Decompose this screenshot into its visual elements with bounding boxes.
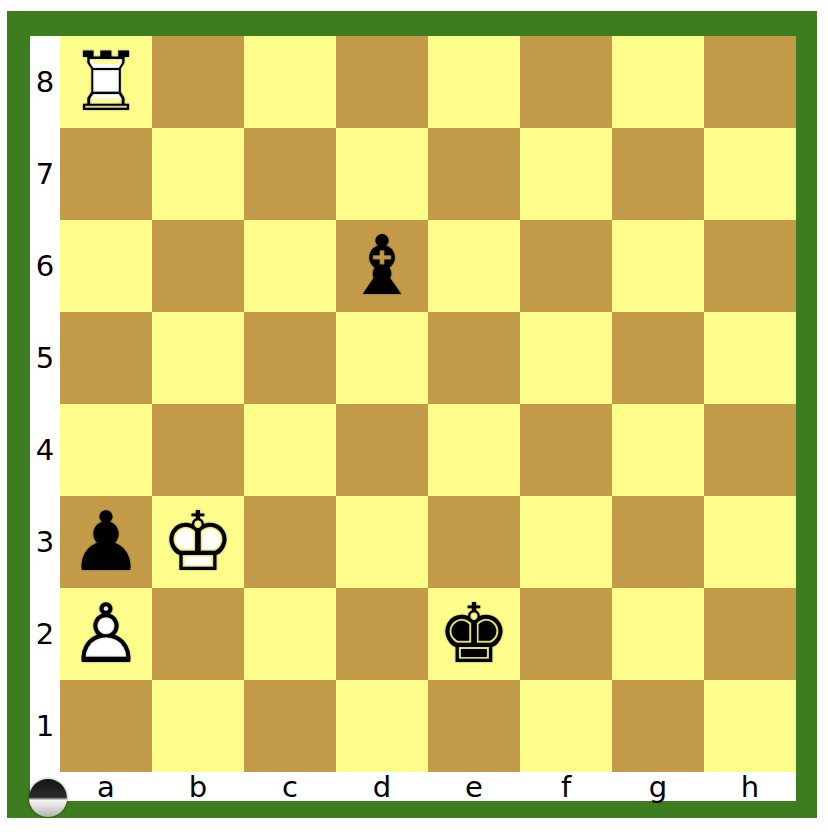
square-h2[interactable]	[704, 588, 796, 680]
rank-label-5: 5	[30, 312, 60, 404]
square-f5[interactable]	[520, 312, 612, 404]
piece-outline: ♔	[152, 496, 244, 588]
square-f1[interactable]	[520, 680, 612, 772]
square-b3[interactable]: ♚♔	[152, 496, 244, 588]
rank-label-4: 4	[30, 404, 60, 496]
square-a2[interactable]: ♟♙	[60, 588, 152, 680]
piece-white-pawn[interactable]: ♟♙	[60, 588, 152, 680]
square-a1[interactable]	[60, 680, 152, 772]
page: { "game": "chess", "position": { "fen": …	[0, 0, 828, 834]
square-c7[interactable]	[244, 128, 336, 220]
file-label-g: g	[612, 772, 704, 801]
square-d7[interactable]	[336, 128, 428, 220]
piece-glyph: ♚	[428, 588, 520, 680]
square-g2[interactable]	[612, 588, 704, 680]
board-frame: 87654321 ♜♖♝♟♚♔♟♙♚ abcdefgh	[7, 11, 817, 818]
square-b1[interactable]	[152, 680, 244, 772]
square-h5[interactable]	[704, 312, 796, 404]
square-f4[interactable]	[520, 404, 612, 496]
square-b6[interactable]	[152, 220, 244, 312]
square-b5[interactable]	[152, 312, 244, 404]
square-h6[interactable]	[704, 220, 796, 312]
piece-white-king[interactable]: ♚♔	[152, 496, 244, 588]
square-b7[interactable]	[152, 128, 244, 220]
file-label-b: b	[152, 772, 244, 801]
square-d5[interactable]	[336, 312, 428, 404]
file-labels: abcdefgh	[60, 772, 796, 801]
square-h3[interactable]	[704, 496, 796, 588]
square-f8[interactable]	[520, 36, 612, 128]
square-h1[interactable]	[704, 680, 796, 772]
square-f3[interactable]	[520, 496, 612, 588]
square-e1[interactable]	[428, 680, 520, 772]
rank-label-1: 1	[30, 680, 60, 772]
piece-outline: ♙	[60, 588, 152, 680]
file-label-a: a	[60, 772, 152, 801]
square-a6[interactable]	[60, 220, 152, 312]
square-g6[interactable]	[612, 220, 704, 312]
square-c6[interactable]	[244, 220, 336, 312]
square-d6[interactable]: ♝	[336, 220, 428, 312]
file-label-h: h	[704, 772, 796, 801]
square-f7[interactable]	[520, 128, 612, 220]
square-e6[interactable]	[428, 220, 520, 312]
file-label-e: e	[428, 772, 520, 801]
square-d2[interactable]	[336, 588, 428, 680]
square-g8[interactable]	[612, 36, 704, 128]
square-g4[interactable]	[612, 404, 704, 496]
square-g5[interactable]	[612, 312, 704, 404]
square-a8[interactable]: ♜♖	[60, 36, 152, 128]
square-c2[interactable]	[244, 588, 336, 680]
square-h8[interactable]	[704, 36, 796, 128]
rank-label-7: 7	[30, 128, 60, 220]
square-f6[interactable]	[520, 220, 612, 312]
square-e7[interactable]	[428, 128, 520, 220]
piece-white-rook[interactable]: ♜♖	[60, 36, 152, 128]
square-h4[interactable]	[704, 404, 796, 496]
piece-glyph: ♟	[60, 496, 152, 588]
rank-labels: 87654321	[30, 36, 60, 772]
square-a3[interactable]: ♟	[60, 496, 152, 588]
file-label-f: f	[520, 772, 612, 801]
square-e2[interactable]: ♚	[428, 588, 520, 680]
file-label-d: d	[336, 772, 428, 801]
square-c5[interactable]	[244, 312, 336, 404]
turn-indicator-black-to-move	[29, 779, 67, 817]
square-e4[interactable]	[428, 404, 520, 496]
square-c3[interactable]	[244, 496, 336, 588]
square-b8[interactable]	[152, 36, 244, 128]
piece-glyph: ♝	[336, 220, 428, 312]
square-d1[interactable]	[336, 680, 428, 772]
square-e8[interactable]	[428, 36, 520, 128]
rank-label-8: 8	[30, 36, 60, 128]
board-panel: 87654321 ♜♖♝♟♚♔♟♙♚ abcdefgh	[30, 36, 796, 801]
square-c1[interactable]	[244, 680, 336, 772]
square-a4[interactable]	[60, 404, 152, 496]
square-d4[interactable]	[336, 404, 428, 496]
piece-black-pawn[interactable]: ♟	[60, 496, 152, 588]
square-f2[interactable]	[520, 588, 612, 680]
square-g7[interactable]	[612, 128, 704, 220]
rank-label-3: 3	[30, 496, 60, 588]
square-b4[interactable]	[152, 404, 244, 496]
square-d8[interactable]	[336, 36, 428, 128]
file-label-c: c	[244, 772, 336, 801]
square-g3[interactable]	[612, 496, 704, 588]
square-d3[interactable]	[336, 496, 428, 588]
square-h7[interactable]	[704, 128, 796, 220]
piece-outline: ♖	[60, 36, 152, 128]
square-e5[interactable]	[428, 312, 520, 404]
square-a7[interactable]	[60, 128, 152, 220]
piece-black-king[interactable]: ♚	[428, 588, 520, 680]
rank-label-2: 2	[30, 588, 60, 680]
square-b2[interactable]	[152, 588, 244, 680]
square-e3[interactable]	[428, 496, 520, 588]
square-c4[interactable]	[244, 404, 336, 496]
piece-black-bishop[interactable]: ♝	[336, 220, 428, 312]
square-c8[interactable]	[244, 36, 336, 128]
square-a5[interactable]	[60, 312, 152, 404]
chess-board: ♜♖♝♟♚♔♟♙♚	[60, 36, 796, 772]
square-g1[interactable]	[612, 680, 704, 772]
rank-label-6: 6	[30, 220, 60, 312]
